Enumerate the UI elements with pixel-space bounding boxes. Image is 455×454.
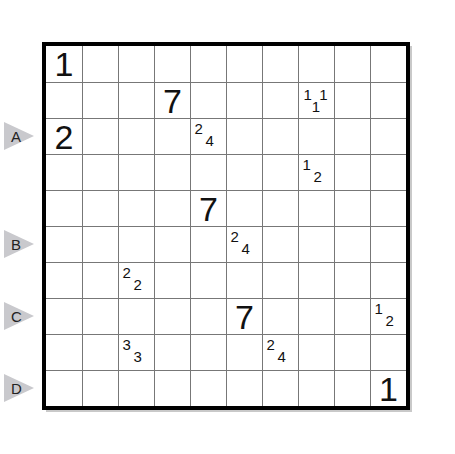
clue-digit: 1 [303,157,311,172]
cell-r4c10[interactable] [370,154,406,190]
cell-r6c4[interactable] [154,226,190,262]
cell-r4c9[interactable] [334,154,370,190]
cell-r4c4[interactable] [154,154,190,190]
cell-r3c8[interactable] [298,118,334,154]
cell-r8c8[interactable] [298,298,334,334]
cell-r9c10[interactable] [370,334,406,370]
clue-digit: 4 [241,240,249,255]
cell-r2c3[interactable] [118,82,154,118]
cell-r1c8[interactable] [298,46,334,82]
cell-r5c8[interactable] [298,190,334,226]
cell-r10c2[interactable] [82,370,118,406]
cell-r3c7[interactable] [262,118,298,154]
cell-r6c1[interactable] [46,226,82,262]
cell-r7c2[interactable] [82,262,118,298]
row-marker-a-arrow-icon: A [4,122,34,150]
cell-r6c6: 24 [226,226,262,262]
cell-r8c1[interactable] [46,298,82,334]
cell-r7c3: 22 [118,262,154,298]
cell-r5c6[interactable] [226,190,262,226]
clue-digit: 1 [375,301,383,316]
cell-r1c4[interactable] [154,46,190,82]
cell-r1c2[interactable] [82,46,118,82]
cell-r4c8: 12 [298,154,334,190]
clue-digit: 1 [371,371,406,406]
cell-r1c6[interactable] [226,46,262,82]
cell-r3c6[interactable] [226,118,262,154]
clue-digit: 3 [123,337,131,352]
cell-r10c6[interactable] [226,370,262,406]
cell-r9c7: 24 [262,334,298,370]
row-marker-d-arrow-icon: D [4,374,34,402]
cell-r2c5[interactable] [190,82,226,118]
cell-r10c3[interactable] [118,370,154,406]
cell-r7c8[interactable] [298,262,334,298]
clue-digit: 2 [385,312,393,327]
cell-r3c2[interactable] [82,118,118,154]
cell-r9c1[interactable] [46,334,82,370]
cell-r5c1[interactable] [46,190,82,226]
cell-r3c5: 24 [190,118,226,154]
clue-digit: 2 [195,121,203,136]
cell-r10c5[interactable] [190,370,226,406]
cell-r7c6[interactable] [226,262,262,298]
clue-digit: 1 [312,99,320,114]
cell-r9c2[interactable] [82,334,118,370]
cell-r8c4[interactable] [154,298,190,334]
cell-r2c2[interactable] [82,82,118,118]
clue-digit: 2 [133,276,141,291]
row-marker-label: C [4,309,22,324]
cell-r5c3[interactable] [118,190,154,226]
row-marker-b-arrow-icon: B [4,230,34,258]
cell-r1c3[interactable] [118,46,154,82]
cell-r2c6[interactable] [226,82,262,118]
cell-r8c10: 12 [370,298,406,334]
clue-digit: 2 [46,119,82,154]
clue-digit: 4 [277,348,285,363]
cell-r4c7[interactable] [262,154,298,190]
puzzle-page: 17111224127242271233241 ABCD [0,0,455,454]
cell-r10c7[interactable] [262,370,298,406]
cell-r3c3[interactable] [118,118,154,154]
cell-r6c3[interactable] [118,226,154,262]
cell-r6c8[interactable] [298,226,334,262]
cell-r5c4[interactable] [154,190,190,226]
cell-r7c5[interactable] [190,262,226,298]
cell-r5c5: 7 [190,190,226,226]
cell-r2c7[interactable] [262,82,298,118]
cell-r8c3[interactable] [118,298,154,334]
clue-digit: 1 [46,46,82,82]
cell-r6c7[interactable] [262,226,298,262]
cell-r8c5[interactable] [190,298,226,334]
clue-digit: 4 [205,132,213,147]
cell-r1c5[interactable] [190,46,226,82]
cell-r3c10[interactable] [370,118,406,154]
clue-digit: 2 [313,168,321,183]
cell-r2c1[interactable] [46,82,82,118]
cell-r1c9[interactable] [334,46,370,82]
cell-r9c5[interactable] [190,334,226,370]
cell-r10c4[interactable] [154,370,190,406]
clue-digit: 2 [231,229,239,244]
cell-r2c4: 7 [154,82,190,118]
cell-r4c5[interactable] [190,154,226,190]
cell-r3c1: 2 [46,118,82,154]
cell-r3c4[interactable] [154,118,190,154]
cell-r6c2[interactable] [82,226,118,262]
cell-r7c7[interactable] [262,262,298,298]
cell-r6c10[interactable] [370,226,406,262]
cell-r5c7[interactable] [262,190,298,226]
cell-r8c6: 7 [226,298,262,334]
cell-r3c9[interactable] [334,118,370,154]
clue-digit: 2 [267,337,275,352]
cell-r7c1[interactable] [46,262,82,298]
clue-digit: 7 [191,191,226,226]
cell-r7c10[interactable] [370,262,406,298]
cell-r5c9[interactable] [334,190,370,226]
cell-r2c10[interactable] [370,82,406,118]
cell-r9c6[interactable] [226,334,262,370]
cell-r5c10[interactable] [370,190,406,226]
cell-r1c1: 1 [46,46,82,82]
cell-r4c2[interactable] [82,154,118,190]
clue-digit: 3 [133,348,141,363]
row-marker-c-arrow-icon: C [4,302,34,330]
cell-r6c9[interactable] [334,226,370,262]
cell-r7c9[interactable] [334,262,370,298]
cell-r8c7[interactable] [262,298,298,334]
cell-r10c10: 1 [370,370,406,406]
row-marker-label: B [4,237,21,252]
cell-r9c8[interactable] [298,334,334,370]
cell-r8c9[interactable] [334,298,370,334]
row-marker-label: D [4,381,22,396]
cell-r6c5[interactable] [190,226,226,262]
cell-r2c8: 111 [298,82,334,118]
cell-r10c8[interactable] [298,370,334,406]
clue-digit: 7 [227,299,262,334]
tapa-grid: 17111224127242271233241 [42,42,410,410]
cell-r4c3[interactable] [118,154,154,190]
cell-r9c9[interactable] [334,334,370,370]
cell-r4c6[interactable] [226,154,262,190]
cell-r4c1[interactable] [46,154,82,190]
cell-r8c2[interactable] [82,298,118,334]
cell-r1c10[interactable] [370,46,406,82]
row-marker-label: A [4,129,21,144]
cell-r2c9[interactable] [334,82,370,118]
clue-digit: 1 [319,87,327,102]
cell-r10c1[interactable] [46,370,82,406]
cell-r10c9[interactable] [334,370,370,406]
cell-r1c7[interactable] [262,46,298,82]
cell-r5c2[interactable] [82,190,118,226]
clue-digit: 2 [123,265,131,280]
cell-r7c4[interactable] [154,262,190,298]
cell-r9c4[interactable] [154,334,190,370]
cell-r9c3: 33 [118,334,154,370]
clue-digit: 7 [155,83,190,118]
